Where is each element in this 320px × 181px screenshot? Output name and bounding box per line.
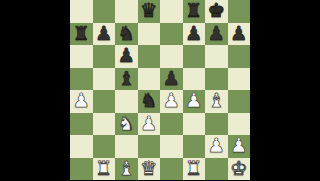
square-e6[interactable] (160, 45, 183, 68)
black-pawn[interactable]: ♟ (208, 23, 225, 45)
white-pawn[interactable]: ♟ (140, 113, 157, 135)
black-bishop[interactable]: ♝ (118, 68, 135, 90)
square-a4[interactable]: ♟ (70, 90, 93, 113)
white-pawn[interactable]: ♟ (208, 135, 225, 157)
square-b3[interactable] (93, 113, 116, 136)
white-pawn[interactable]: ♟ (73, 90, 90, 112)
square-c6[interactable]: ♟ (115, 45, 138, 68)
square-e1[interactable] (160, 158, 183, 181)
black-pawn[interactable]: ♟ (118, 45, 135, 67)
square-g2[interactable]: ♟ (205, 135, 228, 158)
white-bishop[interactable]: ♝ (118, 158, 135, 180)
square-c5[interactable]: ♝ (115, 68, 138, 91)
square-a8[interactable] (70, 0, 93, 23)
square-g6[interactable] (205, 45, 228, 68)
square-g4[interactable]: ♝ (205, 90, 228, 113)
black-rook[interactable]: ♜ (73, 23, 90, 45)
square-d7[interactable] (138, 23, 161, 46)
square-f3[interactable] (183, 113, 206, 136)
square-e5[interactable]: ♟ (160, 68, 183, 91)
square-d2[interactable] (138, 135, 161, 158)
square-h8[interactable] (228, 0, 251, 23)
square-d8[interactable]: ♛ (138, 0, 161, 23)
square-b4[interactable] (93, 90, 116, 113)
square-f2[interactable] (183, 135, 206, 158)
black-pawn[interactable]: ♟ (95, 23, 112, 45)
square-f5[interactable] (183, 68, 206, 91)
white-bishop[interactable]: ♝ (208, 90, 225, 112)
square-a6[interactable] (70, 45, 93, 68)
black-king[interactable]: ♚ (208, 0, 225, 22)
square-b5[interactable] (93, 68, 116, 91)
square-g3[interactable] (205, 113, 228, 136)
square-c3[interactable]: ♞ (115, 113, 138, 136)
square-c2[interactable] (115, 135, 138, 158)
square-e4[interactable]: ♟ (160, 90, 183, 113)
square-d6[interactable] (138, 45, 161, 68)
square-e3[interactable] (160, 113, 183, 136)
black-rook[interactable]: ♜ (185, 0, 202, 22)
app-canvas: ♛♜♚♜♟♞♟♟♟♟♝♟♟♞♟♟♝♞♟♟♟♜♝♛♜♚ (0, 0, 320, 180)
square-h1[interactable]: ♚ (228, 158, 251, 181)
square-h7[interactable]: ♟ (228, 23, 251, 46)
square-h6[interactable] (228, 45, 251, 68)
square-f6[interactable] (183, 45, 206, 68)
white-pawn[interactable]: ♟ (230, 135, 247, 157)
white-rook[interactable]: ♜ (185, 158, 202, 180)
square-a7[interactable]: ♜ (70, 23, 93, 46)
square-d4[interactable]: ♞ (138, 90, 161, 113)
square-f8[interactable]: ♜ (183, 0, 206, 23)
square-g8[interactable]: ♚ (205, 0, 228, 23)
square-d1[interactable]: ♛ (138, 158, 161, 181)
square-c8[interactable] (115, 0, 138, 23)
black-pawn[interactable]: ♟ (163, 68, 180, 90)
square-b6[interactable] (93, 45, 116, 68)
square-a3[interactable] (70, 113, 93, 136)
white-rook[interactable]: ♜ (95, 158, 112, 180)
square-d3[interactable]: ♟ (138, 113, 161, 136)
chess-board[interactable]: ♛♜♚♜♟♞♟♟♟♟♝♟♟♞♟♟♝♞♟♟♟♜♝♛♜♚ (70, 0, 250, 180)
square-e2[interactable] (160, 135, 183, 158)
square-h3[interactable] (228, 113, 251, 136)
square-a1[interactable] (70, 158, 93, 181)
square-a2[interactable] (70, 135, 93, 158)
square-g5[interactable] (205, 68, 228, 91)
black-knight[interactable]: ♞ (140, 90, 157, 112)
square-e8[interactable] (160, 0, 183, 23)
black-pawn[interactable]: ♟ (185, 23, 202, 45)
black-knight[interactable]: ♞ (118, 23, 135, 45)
white-pawn[interactable]: ♟ (185, 90, 202, 112)
square-a5[interactable] (70, 68, 93, 91)
square-g1[interactable] (205, 158, 228, 181)
square-b7[interactable]: ♟ (93, 23, 116, 46)
square-f4[interactable]: ♟ (183, 90, 206, 113)
square-g7[interactable]: ♟ (205, 23, 228, 46)
square-b8[interactable] (93, 0, 116, 23)
black-pawn[interactable]: ♟ (230, 23, 247, 45)
square-h5[interactable] (228, 68, 251, 91)
white-pawn[interactable]: ♟ (163, 90, 180, 112)
square-d5[interactable] (138, 68, 161, 91)
square-c1[interactable]: ♝ (115, 158, 138, 181)
square-b1[interactable]: ♜ (93, 158, 116, 181)
white-queen[interactable]: ♛ (140, 158, 157, 180)
white-knight[interactable]: ♞ (118, 113, 135, 135)
square-f1[interactable]: ♜ (183, 158, 206, 181)
square-f7[interactable]: ♟ (183, 23, 206, 46)
square-h4[interactable] (228, 90, 251, 113)
square-c7[interactable]: ♞ (115, 23, 138, 46)
square-b2[interactable] (93, 135, 116, 158)
black-queen[interactable]: ♛ (140, 0, 157, 22)
square-h2[interactable]: ♟ (228, 135, 251, 158)
square-e7[interactable] (160, 23, 183, 46)
square-c4[interactable] (115, 90, 138, 113)
white-king[interactable]: ♚ (230, 158, 247, 180)
